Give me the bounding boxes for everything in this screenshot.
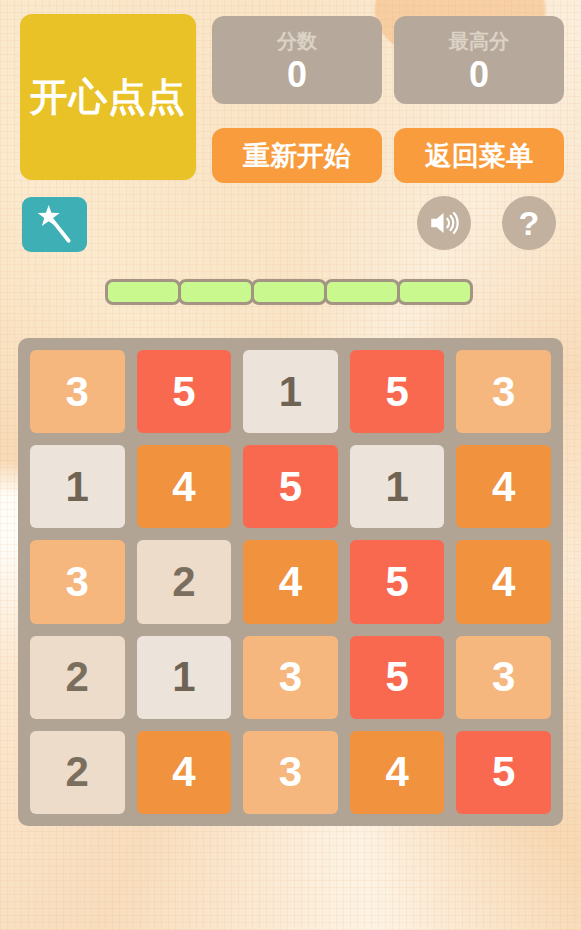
tile-r1c3-value-1[interactable]: 1 bbox=[243, 350, 338, 433]
tile-r4c2-value-1[interactable]: 1 bbox=[137, 636, 232, 719]
back-to-menu-label: 返回菜单 bbox=[425, 138, 533, 174]
best-score-value: 0 bbox=[469, 57, 489, 93]
score-label: 分数 bbox=[277, 28, 317, 55]
progress-segment bbox=[105, 279, 181, 305]
sound-toggle-button[interactable] bbox=[417, 196, 471, 250]
tile-r4c4-value-5[interactable]: 5 bbox=[350, 636, 445, 719]
magic-wand-button[interactable] bbox=[22, 197, 87, 252]
question-mark-icon: ? bbox=[519, 204, 540, 243]
tile-r3c3-value-4[interactable]: 4 bbox=[243, 540, 338, 623]
tile-r2c5-value-4[interactable]: 4 bbox=[456, 445, 551, 528]
game-title: 开心点点 bbox=[30, 72, 186, 123]
tile-r1c1-value-3[interactable]: 3 bbox=[30, 350, 125, 433]
tile-r5c3-value-3[interactable]: 3 bbox=[243, 731, 338, 814]
tile-r2c4-value-1[interactable]: 1 bbox=[350, 445, 445, 528]
restart-button-label: 重新开始 bbox=[243, 138, 351, 174]
progress-segment bbox=[324, 279, 400, 305]
magic-wand-icon bbox=[33, 204, 77, 246]
tile-r2c2-value-4[interactable]: 4 bbox=[137, 445, 232, 528]
progress-segment bbox=[397, 279, 473, 305]
tile-r1c4-value-5[interactable]: 5 bbox=[350, 350, 445, 433]
speaker-volume-icon bbox=[426, 205, 462, 241]
tile-r2c1-value-1[interactable]: 1 bbox=[30, 445, 125, 528]
tile-r3c5-value-4[interactable]: 4 bbox=[456, 540, 551, 623]
tile-r2c3-value-5[interactable]: 5 bbox=[243, 445, 338, 528]
score-panel: 分数 0 bbox=[212, 16, 382, 104]
game-page: 开心点点 分数 0 最高分 0 重新开始 返回菜单 ? 3 bbox=[0, 0, 581, 930]
tile-r3c2-value-2[interactable]: 2 bbox=[137, 540, 232, 623]
game-board: 3515314514324542135324345 bbox=[18, 338, 563, 826]
tile-r5c1-value-2[interactable]: 2 bbox=[30, 731, 125, 814]
tile-r5c2-value-4[interactable]: 4 bbox=[137, 731, 232, 814]
tile-r4c5-value-3[interactable]: 3 bbox=[456, 636, 551, 719]
tile-r4c3-value-3[interactable]: 3 bbox=[243, 636, 338, 719]
progress-segment bbox=[251, 279, 327, 305]
help-button[interactable]: ? bbox=[502, 196, 556, 250]
progress-segment bbox=[178, 279, 254, 305]
score-value: 0 bbox=[287, 57, 307, 93]
tile-r1c5-value-3[interactable]: 3 bbox=[456, 350, 551, 433]
game-title-card: 开心点点 bbox=[20, 14, 196, 180]
tile-r5c5-value-5[interactable]: 5 bbox=[456, 731, 551, 814]
level-progress-bar bbox=[105, 279, 473, 305]
tile-r3c1-value-3[interactable]: 3 bbox=[30, 540, 125, 623]
tile-r5c4-value-4[interactable]: 4 bbox=[350, 731, 445, 814]
best-score-label: 最高分 bbox=[449, 28, 509, 55]
tile-r4c1-value-2[interactable]: 2 bbox=[30, 636, 125, 719]
back-to-menu-button[interactable]: 返回菜单 bbox=[394, 128, 564, 183]
tile-r1c2-value-5[interactable]: 5 bbox=[137, 350, 232, 433]
restart-button[interactable]: 重新开始 bbox=[212, 128, 382, 183]
tile-r3c4-value-5[interactable]: 5 bbox=[350, 540, 445, 623]
best-score-panel: 最高分 0 bbox=[394, 16, 564, 104]
